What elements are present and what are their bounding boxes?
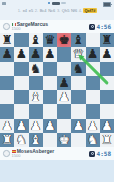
- square-g8[interactable]: [86, 33, 100, 47]
- square-e1[interactable]: ♚: [57, 133, 71, 147]
- square-e6[interactable]: [57, 62, 71, 76]
- status-network-indicator: [61, 2, 66, 5]
- square-c8[interactable]: ♝: [29, 33, 43, 47]
- square-f1[interactable]: [71, 133, 85, 147]
- move-list[interactable]: 1.e4e52.Bc4Nc63.Qh5Nf64.Qxf7#: [0, 7, 114, 14]
- square-h3[interactable]: [100, 104, 114, 118]
- square-e7[interactable]: [57, 47, 71, 61]
- move-token[interactable]: Qh5: [62, 8, 70, 13]
- square-g3[interactable]: [86, 104, 100, 118]
- square-c7[interactable]: ♟: [29, 47, 43, 61]
- square-a8[interactable]: ♜: [0, 33, 14, 47]
- square-a4[interactable]: [0, 90, 14, 104]
- square-f2[interactable]: ♟: [71, 119, 85, 133]
- square-e3[interactable]: [57, 104, 71, 118]
- square-c3[interactable]: [29, 104, 43, 118]
- square-g1[interactable]: ♞: [86, 133, 100, 147]
- piece-white-pawn[interactable]: ♟: [87, 119, 98, 133]
- piece-black-pawn[interactable]: ♟: [16, 47, 27, 61]
- square-d1[interactable]: [43, 133, 57, 147]
- clock-time-bottom: 4:58: [97, 150, 111, 157]
- square-h4[interactable]: [100, 90, 114, 104]
- square-b4[interactable]: [14, 90, 28, 104]
- status-dot-icon: [48, 2, 51, 5]
- square-b6[interactable]: [14, 62, 28, 76]
- piece-white-bishop[interactable]: ♝: [30, 133, 41, 147]
- square-h1[interactable]: ♜: [100, 133, 114, 147]
- clock-icon: [89, 24, 95, 30]
- square-e4[interactable]: ♟: [57, 90, 71, 104]
- square-a1[interactable]: ♜: [0, 133, 14, 147]
- square-a3[interactable]: [0, 104, 14, 118]
- square-d4[interactable]: [43, 90, 57, 104]
- bottom-toolbar: ☰ • i ‹ ›: [0, 160, 114, 182]
- player-bar-top: SargeMarcus 1500 4:56: [0, 20, 114, 33]
- square-h5[interactable]: [100, 76, 114, 90]
- piece-white-pawn[interactable]: ♟: [44, 119, 55, 133]
- square-h2[interactable]: ♟: [100, 119, 114, 133]
- square-h8[interactable]: ♜: [100, 33, 114, 47]
- piece-black-pawn[interactable]: ♟: [44, 47, 55, 61]
- square-g7[interactable]: ♟: [86, 47, 100, 61]
- move-token[interactable]: Nc6: [48, 8, 56, 13]
- piece-white-bishop[interactable]: ♝: [30, 90, 41, 104]
- move-token[interactable]: Nf6: [71, 8, 78, 13]
- square-a7[interactable]: ♟: [0, 47, 14, 61]
- piece-white-pawn[interactable]: ♟: [73, 119, 84, 133]
- square-d3[interactable]: [43, 104, 57, 118]
- player-rating-bottom: 1500: [12, 154, 55, 159]
- piece-white-knight[interactable]: ♞: [16, 133, 27, 147]
- square-d5[interactable]: [43, 76, 57, 90]
- piece-white-knight[interactable]: ♞: [87, 133, 98, 147]
- piece-black-pawn[interactable]: ♟: [87, 47, 98, 61]
- chess-board[interactable]: ♜♝♛♚♝♜♟♟♟♟♛♟♟♞♞♟♝♟♟♟♟♟♟♟♟♜♞♝♚♞♜: [0, 33, 114, 147]
- piece-white-rook[interactable]: ♜: [101, 133, 112, 147]
- piece-black-pawn[interactable]: ♟: [59, 76, 70, 90]
- square-g5[interactable]: [86, 76, 100, 90]
- move-token[interactable]: Bc4: [39, 8, 47, 13]
- move-token[interactable]: e5: [28, 8, 33, 13]
- square-f4[interactable]: [71, 90, 85, 104]
- clock-icon: [89, 151, 95, 157]
- avatar: [3, 23, 10, 30]
- square-b2[interactable]: ♟: [14, 119, 28, 133]
- square-f3[interactable]: [71, 104, 85, 118]
- piece-black-bishop[interactable]: ♝: [30, 33, 41, 47]
- move-token[interactable]: 3.: [57, 8, 61, 13]
- piece-white-pawn[interactable]: ♟: [2, 119, 13, 133]
- status-bar: [0, 0, 114, 7]
- square-f5[interactable]: [71, 76, 85, 90]
- square-e2[interactable]: [57, 119, 71, 133]
- piece-black-bishop[interactable]: ♝: [73, 33, 84, 47]
- move-token[interactable]: 4.: [79, 8, 83, 13]
- piece-black-pawn[interactable]: ♟: [30, 47, 41, 61]
- square-b1[interactable]: ♞: [14, 133, 28, 147]
- square-d7[interactable]: ♟: [43, 47, 57, 61]
- square-c6[interactable]: ♞: [29, 62, 43, 76]
- square-c5[interactable]: [29, 76, 43, 90]
- move-token[interactable]: 2.: [34, 8, 38, 13]
- square-f6[interactable]: ♞: [71, 62, 85, 76]
- piece-black-rook[interactable]: ♜: [2, 33, 13, 47]
- square-f7[interactable]: ♛: [71, 47, 85, 61]
- piece-white-rook[interactable]: ♜: [2, 133, 13, 147]
- clock-bottom: 4:58: [89, 150, 111, 157]
- square-b3[interactable]: [14, 104, 28, 118]
- move-token[interactable]: e4: [22, 8, 27, 13]
- piece-black-knight[interactable]: ♞: [73, 62, 84, 76]
- square-h7[interactable]: ♟: [100, 47, 114, 61]
- piece-white-queen[interactable]: ♛: [73, 47, 84, 61]
- piece-black-pawn[interactable]: ♟: [101, 47, 112, 61]
- square-g4[interactable]: [86, 90, 100, 104]
- piece-white-pawn[interactable]: ♟: [16, 119, 27, 133]
- square-c2[interactable]: ♟: [29, 119, 43, 133]
- square-e5[interactable]: ♟: [57, 76, 71, 90]
- square-f8[interactable]: ♝: [71, 33, 85, 47]
- piece-black-knight[interactable]: ♞: [30, 62, 41, 76]
- square-g2[interactable]: ♟: [86, 119, 100, 133]
- piece-black-pawn[interactable]: ♟: [2, 47, 13, 61]
- status-center-indicators: [0, 2, 114, 5]
- square-a6[interactable]: [0, 62, 14, 76]
- clock-time-top: 4:56: [97, 23, 111, 30]
- avatar: [3, 150, 10, 157]
- square-d2[interactable]: ♟: [43, 119, 57, 133]
- square-c1[interactable]: ♝: [29, 133, 43, 147]
- piece-black-queen[interactable]: ♛: [44, 33, 55, 47]
- player-bar-bottom: MosesAsberger 1500 4:58: [0, 147, 114, 160]
- square-d6[interactable]: [43, 62, 57, 76]
- status-time-indicator: [52, 2, 60, 5]
- square-b5[interactable]: [14, 76, 28, 90]
- player-rating-top: 1500: [12, 27, 49, 32]
- clock-top: 4:56: [89, 23, 111, 30]
- square-g6[interactable]: [86, 62, 100, 76]
- square-b7[interactable]: ♟: [14, 47, 28, 61]
- square-b8[interactable]: [14, 33, 28, 47]
- square-e8[interactable]: ♚: [57, 33, 71, 47]
- square-h6[interactable]: [100, 62, 114, 76]
- square-c4[interactable]: ♝: [29, 90, 43, 104]
- piece-black-rook[interactable]: ♜: [101, 33, 112, 47]
- square-d8[interactable]: ♛: [43, 33, 57, 47]
- square-a2[interactable]: ♟: [0, 119, 14, 133]
- piece-black-king[interactable]: ♚: [59, 33, 70, 47]
- piece-white-pawn[interactable]: ♟: [30, 119, 41, 133]
- move-token[interactable]: Qxf7#: [83, 8, 96, 14]
- piece-white-pawn[interactable]: ♟: [101, 119, 112, 133]
- piece-white-king[interactable]: ♚: [59, 133, 70, 147]
- move-token[interactable]: 1.: [17, 8, 21, 13]
- piece-white-pawn[interactable]: ♟: [59, 90, 70, 104]
- square-a5[interactable]: [0, 76, 14, 90]
